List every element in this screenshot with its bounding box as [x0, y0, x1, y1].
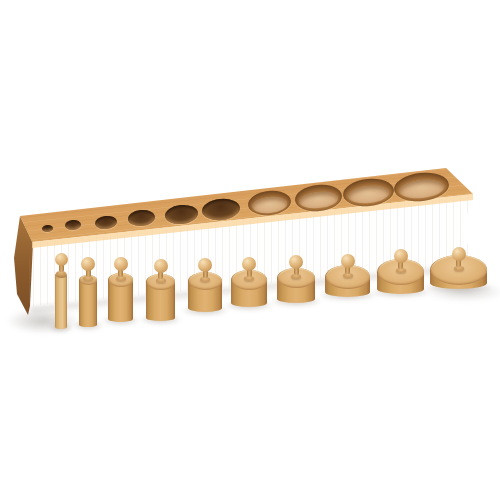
cylinder-1-tall-thin-knob-ball: [55, 253, 68, 266]
hole-9-bottom: [346, 183, 389, 205]
cylinder-1-tall-thin-body: [55, 272, 67, 329]
hole-7-bottom: [251, 195, 288, 214]
cylinder-4-knob-ball: [154, 259, 168, 273]
cylinder-2-knob-ball: [81, 257, 95, 271]
cylinder-8-knob-ball: [341, 254, 355, 268]
cylinder-6-knob-ball: [242, 257, 256, 271]
cylinder-5-knob-ball: [198, 258, 212, 272]
cylinder-9-knob-ball: [394, 249, 408, 263]
hole-10-largest-bottom: [398, 178, 445, 201]
cylinder-3-knob-ball: [114, 257, 128, 271]
cylinder-10-wide-flat-knob-ball: [452, 247, 466, 261]
hole-1-smallest: [41, 224, 53, 232]
product-photo-montessori-cylinder-block: [0, 0, 500, 500]
hole-8-bottom: [298, 190, 338, 211]
cylinder-7-knob-ball: [289, 255, 303, 269]
